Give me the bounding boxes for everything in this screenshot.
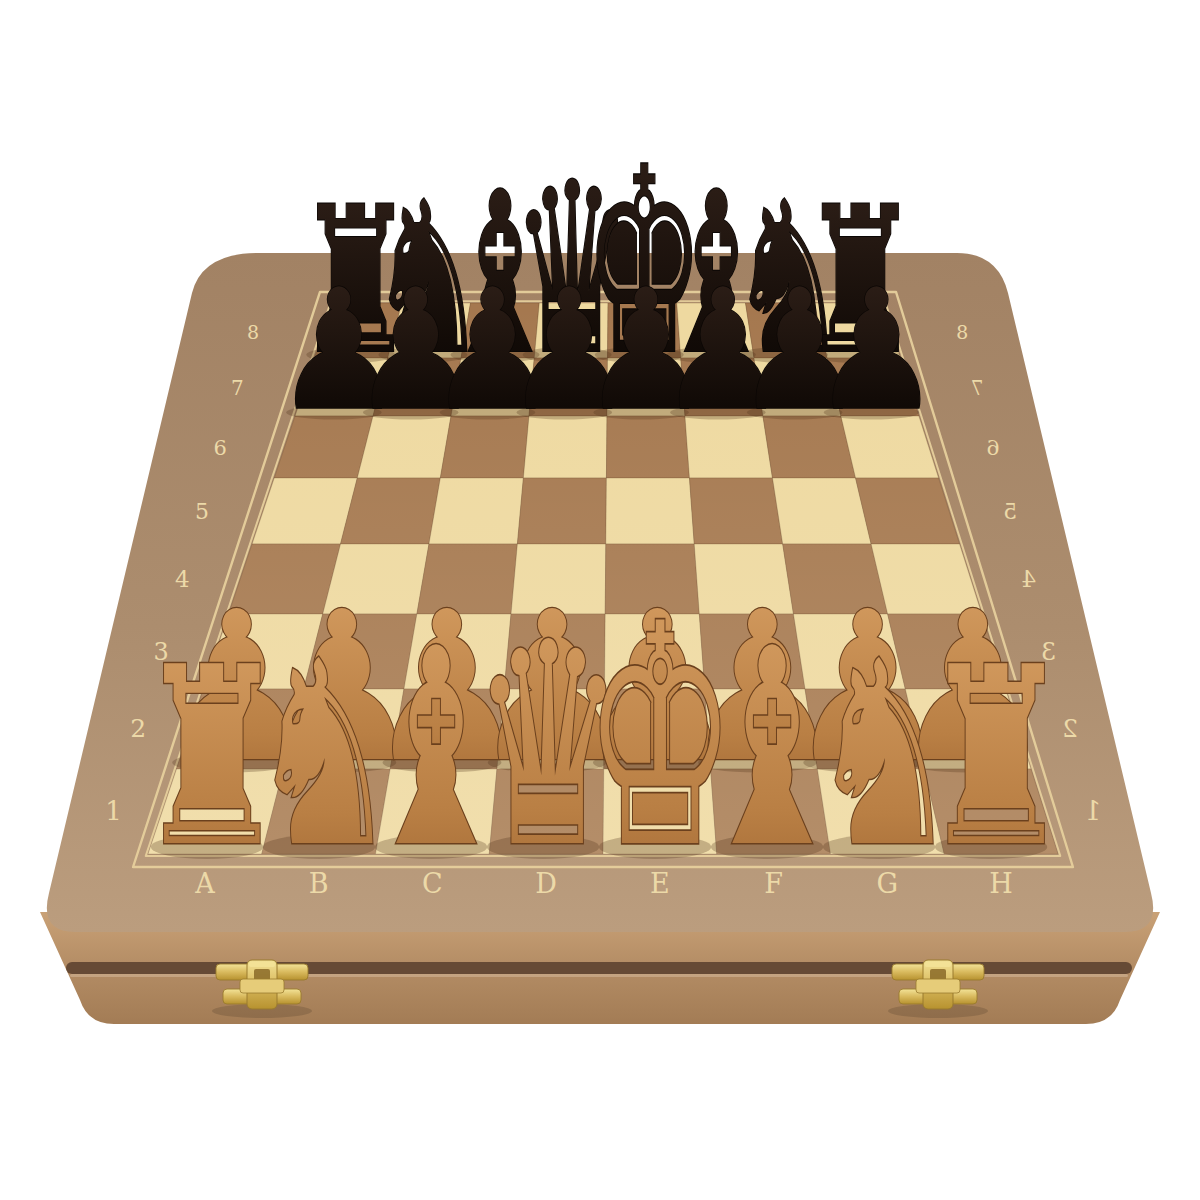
rank-label-left-6: 6 <box>214 436 227 460</box>
rank-label-right-1-mirrored: 1 <box>1085 796 1102 826</box>
chess-scene: 8877665544332211ABCDEFGH♜♞♝♛♚♝♞♜♟♟♟♟♟♟♟♟… <box>0 0 1200 1200</box>
rank-label-left-8: 8 <box>247 321 259 343</box>
rank-label-left-7: 7 <box>231 376 244 400</box>
chess-box-photo: 8877665544332211ABCDEFGH♜♞♝♛♚♝♞♜♟♟♟♟♟♟♟♟… <box>0 0 1200 1200</box>
piece-black-pawn-h7[interactable]: ♟ <box>811 254 941 448</box>
clasp-left <box>212 960 312 1018</box>
rank-label-left-5: 5 <box>195 499 209 524</box>
rank-label-right-8-mirrored: 8 <box>956 321 968 343</box>
rank-label-right-5-mirrored: 5 <box>1003 499 1017 524</box>
rank-label-right-7-mirrored: 7 <box>971 376 984 400</box>
clasp-right <box>888 960 988 1018</box>
rank-label-left-1: 1 <box>105 796 122 826</box>
rank-label-right-6-mirrored: 6 <box>986 436 999 460</box>
piece-white-rook-h1[interactable]: ♜ <box>920 614 1072 902</box>
